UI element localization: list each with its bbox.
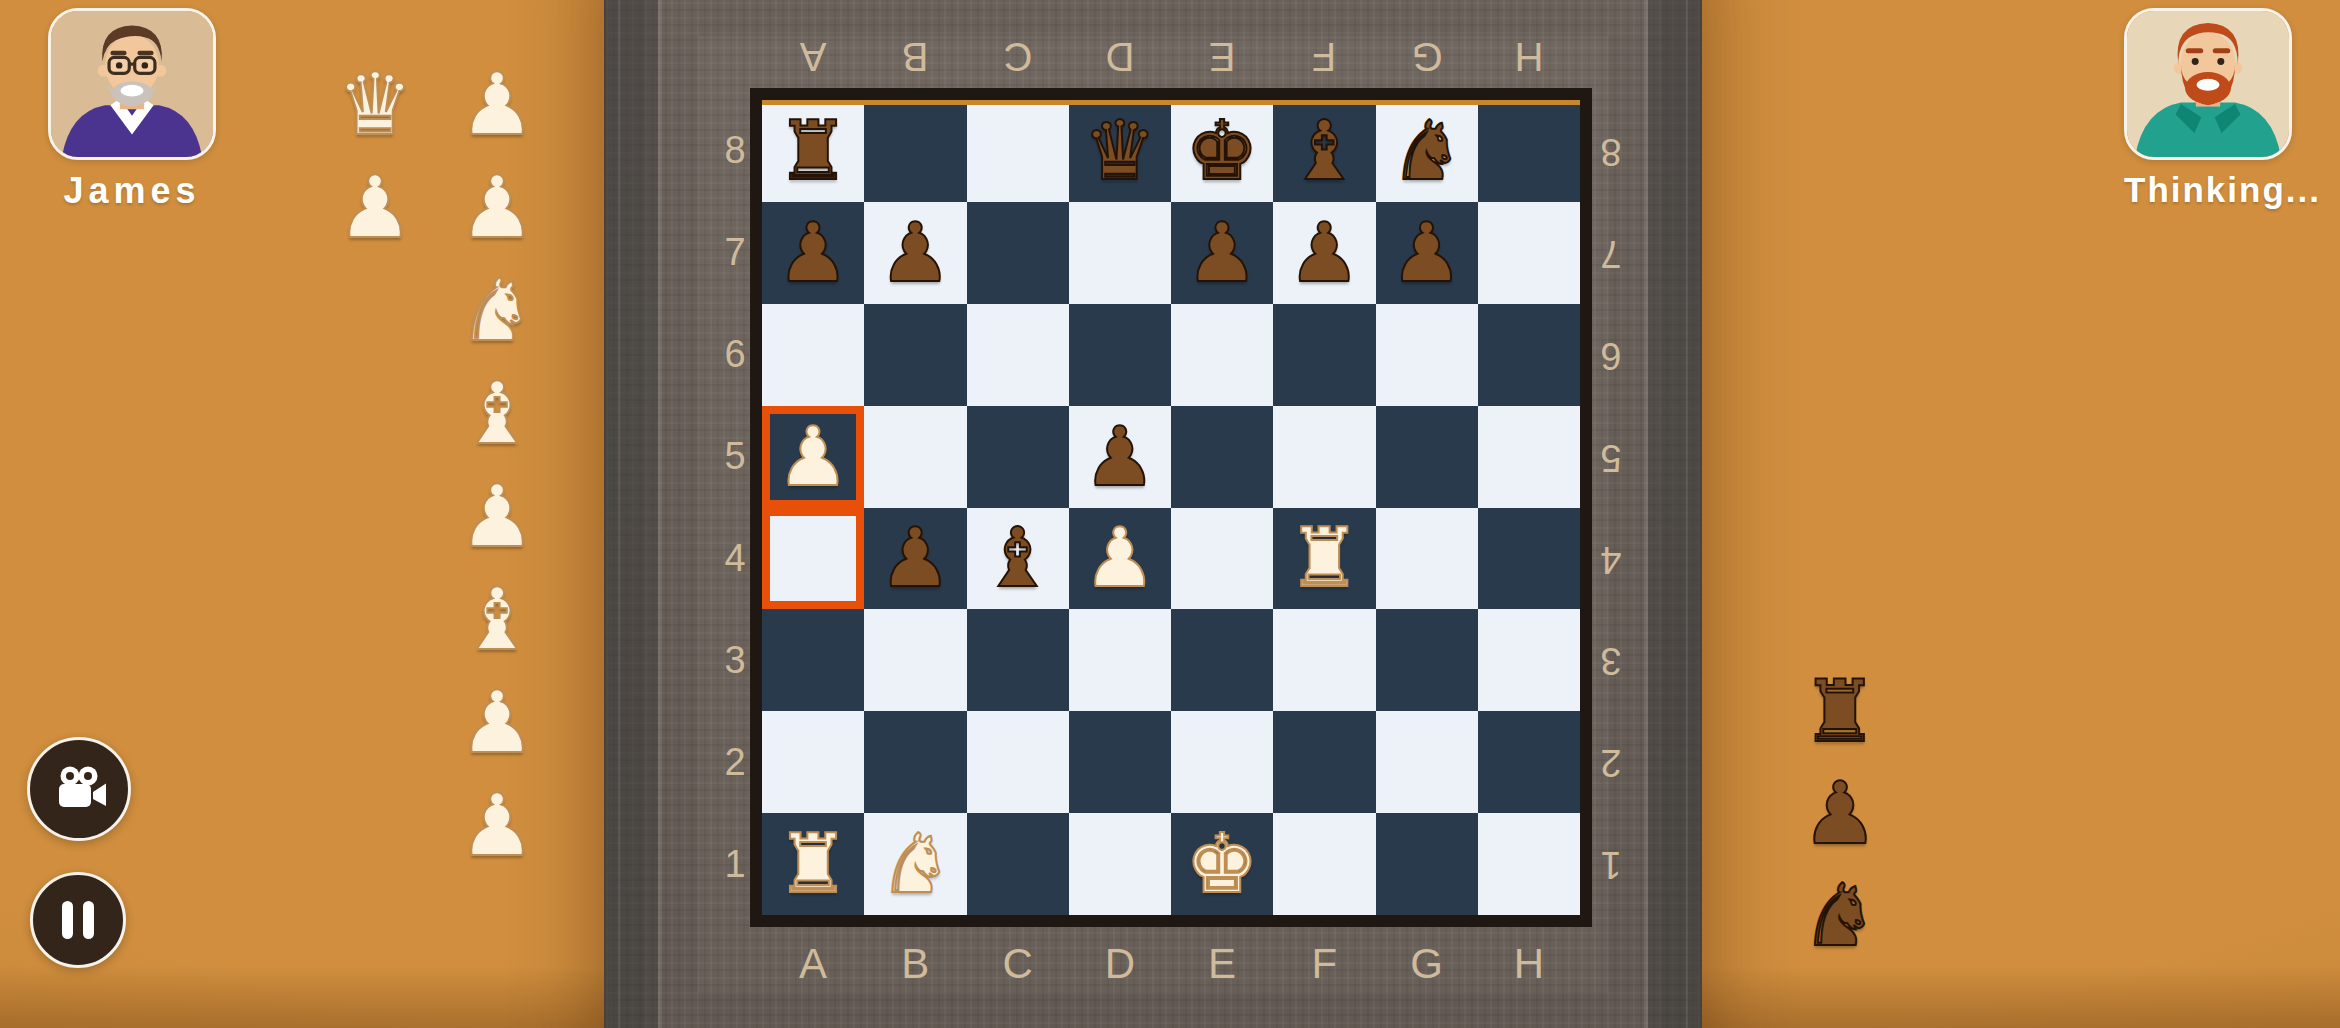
piece-white-knight[interactable]: ♞ <box>879 823 953 905</box>
captured-black-knight: ♞ <box>1779 864 1901 966</box>
square-h1[interactable] <box>1478 813 1580 915</box>
piece-white-king[interactable]: ♚ <box>1185 823 1259 905</box>
square-e7[interactable]: ♟ <box>1171 202 1273 304</box>
coord-label: 5 <box>1588 406 1634 508</box>
coord-label: 1 <box>712 813 758 915</box>
record-video-button[interactable] <box>27 737 131 841</box>
files-bottom: ABCDEFGH <box>762 938 1580 990</box>
piece-black-rook: ♜ <box>1801 668 1878 754</box>
square-g5[interactable] <box>1376 406 1478 508</box>
coord-label: C <box>967 938 1069 990</box>
piece-black-pawn[interactable]: ♟ <box>879 212 953 294</box>
coord-label: 8 <box>1588 100 1634 202</box>
player-name-left: James <box>48 170 216 212</box>
coord-label: 2 <box>712 711 758 813</box>
coord-label: 7 <box>1588 202 1634 304</box>
square-h2[interactable] <box>1478 711 1580 813</box>
square-g2[interactable] <box>1376 711 1478 813</box>
square-a2[interactable] <box>762 711 864 813</box>
square-g1[interactable] <box>1376 813 1478 915</box>
piece-black-pawn[interactable]: ♟ <box>1185 212 1259 294</box>
chess-board: ♜♛♚♝♞♟♟♟♟♟♟♟♟♝♟♜♜♞♚ <box>750 88 1592 927</box>
square-f1[interactable] <box>1273 813 1375 915</box>
coord-label: 5 <box>712 406 758 508</box>
square-a4[interactable] <box>762 508 864 610</box>
avatar-james <box>48 8 216 160</box>
square-c2[interactable] <box>967 711 1069 813</box>
coord-label: G <box>1376 31 1478 83</box>
piece-black-pawn[interactable]: ♟ <box>1288 212 1362 294</box>
captured-white-knight: ♞ <box>436 258 558 361</box>
captured-white-pawn: ♟ <box>436 52 558 155</box>
square-d3[interactable] <box>1069 609 1171 711</box>
captured-black-pawn: ♟ <box>1779 762 1901 864</box>
square-h8[interactable] <box>1478 100 1580 202</box>
coord-label: F <box>1273 31 1375 83</box>
pause-icon <box>62 901 94 939</box>
square-e1[interactable]: ♚ <box>1171 813 1273 915</box>
coord-label: B <box>864 31 966 83</box>
square-d6[interactable] <box>1069 304 1171 406</box>
piece-black-pawn[interactable]: ♟ <box>1083 416 1157 498</box>
coord-label: B <box>864 938 966 990</box>
coord-label: E <box>1171 31 1273 83</box>
piece-white-pawn[interactable]: ♟ <box>1083 517 1157 599</box>
coord-label: D <box>1069 938 1171 990</box>
square-g4[interactable] <box>1376 508 1478 610</box>
square-f3[interactable] <box>1273 609 1375 711</box>
square-b4[interactable]: ♟ <box>864 508 966 610</box>
piece-black-pawn: ♟ <box>1801 770 1878 856</box>
coord-label: 2 <box>1588 711 1634 813</box>
piece-white-queen: ♛ <box>336 61 413 147</box>
square-f8[interactable]: ♝ <box>1273 100 1375 202</box>
coord-label: E <box>1171 938 1273 990</box>
piece-white-pawn: ♟ <box>458 679 535 765</box>
square-e5[interactable] <box>1171 406 1273 508</box>
video-camera-icon <box>47 757 111 821</box>
square-h6[interactable] <box>1478 304 1580 406</box>
piece-black-pawn[interactable]: ♟ <box>879 517 953 599</box>
coord-label: 8 <box>712 100 758 202</box>
ranks-right: 87654321 <box>1588 100 1634 915</box>
coord-label: D <box>1069 31 1171 83</box>
piece-white-knight: ♞ <box>458 267 535 353</box>
square-b1[interactable]: ♞ <box>864 813 966 915</box>
player-card-left: James <box>48 8 216 212</box>
square-c7[interactable] <box>967 202 1069 304</box>
captured-white-bishop: ♝ <box>436 361 558 464</box>
coord-label: 4 <box>712 508 758 610</box>
coord-label: 3 <box>712 609 758 711</box>
coord-label: 3 <box>1588 609 1634 711</box>
square-g3[interactable] <box>1376 609 1478 711</box>
captured-white-queen: ♛ <box>314 52 436 155</box>
piece-white-bishop: ♝ <box>458 576 535 662</box>
piece-white-bishop: ♝ <box>458 370 535 456</box>
square-h4[interactable] <box>1478 508 1580 610</box>
piece-black-king[interactable]: ♚ <box>1185 110 1259 192</box>
square-c5[interactable] <box>967 406 1069 508</box>
square-d8[interactable]: ♛ <box>1069 100 1171 202</box>
square-d5[interactable]: ♟ <box>1069 406 1171 508</box>
piece-white-pawn: ♟ <box>458 61 535 147</box>
captured-tray-white-col2: ♟♟♞♝♟♝♟♟ <box>436 52 558 876</box>
game-screen: James Thinking... ♛♟ ♟♟♞♝♟♝♟♟ ♜♟♞ <box>0 0 2340 1028</box>
piece-white-rook[interactable]: ♜ <box>776 823 850 905</box>
piece-black-rook[interactable]: ♜ <box>776 110 850 192</box>
square-e6[interactable] <box>1171 304 1273 406</box>
square-a6[interactable] <box>762 304 864 406</box>
square-b6[interactable] <box>864 304 966 406</box>
captured-white-pawn: ♟ <box>436 670 558 773</box>
square-c4[interactable]: ♝ <box>967 508 1069 610</box>
square-c3[interactable] <box>967 609 1069 711</box>
piece-white-pawn: ♟ <box>458 782 535 868</box>
square-e3[interactable] <box>1171 609 1273 711</box>
square-a7[interactable]: ♟ <box>762 202 864 304</box>
coord-label: A <box>762 31 864 83</box>
square-b7[interactable]: ♟ <box>864 202 966 304</box>
captured-white-pawn: ♟ <box>436 464 558 567</box>
coord-label: 7 <box>712 202 758 304</box>
captured-black-rook: ♜ <box>1779 660 1901 762</box>
coord-label: 6 <box>1588 304 1634 406</box>
square-f4[interactable]: ♜ <box>1273 508 1375 610</box>
square-d2[interactable] <box>1069 711 1171 813</box>
square-d4[interactable]: ♟ <box>1069 508 1171 610</box>
files-top: ABCDEFGH <box>762 31 1580 83</box>
square-b2[interactable] <box>864 711 966 813</box>
coord-label: F <box>1273 938 1375 990</box>
square-d1[interactable] <box>1069 813 1171 915</box>
pause-button[interactable] <box>30 872 126 968</box>
captured-white-pawn: ♟ <box>314 155 436 258</box>
piece-black-knight: ♞ <box>1801 872 1878 958</box>
piece-black-knight[interactable]: ♞ <box>1390 110 1464 192</box>
piece-white-pawn: ♟ <box>458 164 535 250</box>
square-b8[interactable] <box>864 100 966 202</box>
coord-label: 6 <box>712 304 758 406</box>
square-h3[interactable] <box>1478 609 1580 711</box>
coord-label: 1 <box>1588 813 1634 915</box>
captured-white-bishop: ♝ <box>436 567 558 670</box>
player-status-right: Thinking... <box>2124 170 2292 210</box>
captured-white-pawn: ♟ <box>436 155 558 258</box>
avatar-opponent <box>2124 8 2292 160</box>
piece-white-pawn: ♟ <box>336 164 413 250</box>
coord-label: A <box>762 938 864 990</box>
square-f6[interactable] <box>1273 304 1375 406</box>
square-b5[interactable] <box>864 406 966 508</box>
ranks-left: 87654321 <box>712 100 758 915</box>
square-g8[interactable]: ♞ <box>1376 100 1478 202</box>
square-c6[interactable] <box>967 304 1069 406</box>
square-a8[interactable]: ♜ <box>762 100 864 202</box>
coord-label: C <box>967 31 1069 83</box>
piece-white-rook[interactable]: ♜ <box>1288 517 1362 599</box>
square-h7[interactable] <box>1478 202 1580 304</box>
square-e4[interactable] <box>1171 508 1273 610</box>
coord-label: H <box>1478 31 1580 83</box>
square-e8[interactable]: ♚ <box>1171 100 1273 202</box>
square-a5[interactable]: ♟ <box>762 406 864 508</box>
square-g6[interactable] <box>1376 304 1478 406</box>
piece-black-bishop[interactable]: ♝ <box>981 517 1055 599</box>
square-f7[interactable]: ♟ <box>1273 202 1375 304</box>
square-f5[interactable] <box>1273 406 1375 508</box>
square-f2[interactable] <box>1273 711 1375 813</box>
captured-tray-black-col1: ♜♟♞ <box>1779 660 1901 966</box>
piece-white-pawn[interactable]: ♟ <box>776 416 850 498</box>
board-grid: ♜♛♚♝♞♟♟♟♟♟♟♟♟♝♟♜♜♞♚ <box>762 100 1580 915</box>
piece-black-queen[interactable]: ♛ <box>1083 110 1157 192</box>
square-a3[interactable] <box>762 609 864 711</box>
square-e2[interactable] <box>1171 711 1273 813</box>
coord-label: 4 <box>1588 508 1634 610</box>
captured-tray-white-col1: ♛♟ <box>314 52 436 258</box>
captured-white-pawn: ♟ <box>436 773 558 876</box>
piece-black-pawn[interactable]: ♟ <box>776 212 850 294</box>
piece-white-pawn: ♟ <box>458 473 535 559</box>
coord-label: H <box>1478 938 1580 990</box>
square-d7[interactable] <box>1069 202 1171 304</box>
piece-black-pawn[interactable]: ♟ <box>1390 212 1464 294</box>
square-c1[interactable] <box>967 813 1069 915</box>
piece-black-bishop[interactable]: ♝ <box>1288 110 1362 192</box>
square-b3[interactable] <box>864 609 966 711</box>
coord-label: G <box>1376 938 1478 990</box>
square-a1[interactable]: ♜ <box>762 813 864 915</box>
square-g7[interactable]: ♟ <box>1376 202 1478 304</box>
square-h5[interactable] <box>1478 406 1580 508</box>
square-c8[interactable] <box>967 100 1069 202</box>
player-card-right: Thinking... <box>2124 8 2292 210</box>
